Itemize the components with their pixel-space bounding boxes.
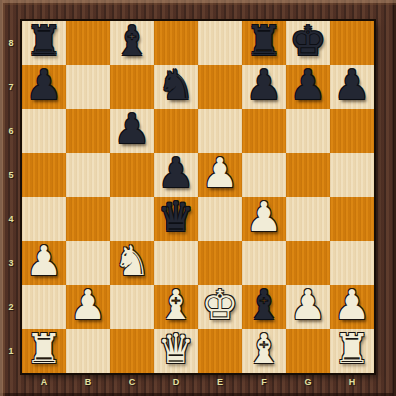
square-b2[interactable]: ♟ bbox=[66, 285, 110, 329]
rank-label-3: 3 bbox=[0, 241, 22, 285]
black-pawn[interactable]: ♟ bbox=[158, 151, 195, 195]
rank-label-2: 2 bbox=[0, 285, 22, 329]
file-label-h: H bbox=[330, 374, 374, 390]
square-a8[interactable]: ♜ bbox=[22, 21, 66, 65]
square-f7[interactable]: ♟ bbox=[242, 65, 286, 109]
file-label-c: C bbox=[110, 374, 154, 390]
black-bishop[interactable]: ♝ bbox=[246, 283, 283, 327]
square-a3[interactable]: ♟ bbox=[22, 241, 66, 285]
square-h3[interactable] bbox=[330, 241, 374, 285]
black-rook[interactable]: ♜ bbox=[246, 19, 283, 63]
square-a2[interactable] bbox=[22, 285, 66, 329]
square-a1[interactable]: ♜ bbox=[22, 329, 66, 373]
square-e2[interactable]: ♚ bbox=[198, 285, 242, 329]
file-labels: ABCDEFGH bbox=[22, 374, 374, 390]
square-b3[interactable] bbox=[66, 241, 110, 285]
square-c6[interactable]: ♟ bbox=[110, 109, 154, 153]
square-d6[interactable] bbox=[154, 109, 198, 153]
rank-label-4: 4 bbox=[0, 197, 22, 241]
square-a4[interactable] bbox=[22, 197, 66, 241]
rank-label-6: 6 bbox=[0, 109, 22, 153]
square-f5[interactable] bbox=[242, 153, 286, 197]
white-bishop[interactable]: ♝ bbox=[158, 283, 195, 327]
black-pawn[interactable]: ♟ bbox=[114, 107, 151, 151]
square-g1[interactable] bbox=[286, 329, 330, 373]
square-e3[interactable] bbox=[198, 241, 242, 285]
white-rook[interactable]: ♜ bbox=[26, 327, 63, 371]
square-e5[interactable]: ♟ bbox=[198, 153, 242, 197]
square-f4[interactable]: ♟ bbox=[242, 197, 286, 241]
white-bishop[interactable]: ♝ bbox=[246, 327, 283, 371]
file-label-e: E bbox=[198, 374, 242, 390]
square-c5[interactable] bbox=[110, 153, 154, 197]
square-h6[interactable] bbox=[330, 109, 374, 153]
square-f8[interactable]: ♜ bbox=[242, 21, 286, 65]
square-e6[interactable] bbox=[198, 109, 242, 153]
file-label-f: F bbox=[242, 374, 286, 390]
chess-board-frame: 87654321 ♜♝♜♚♟♞♟♟♟♟♟♟♛♟♟♞♟♝♚♝♟♟♜♛♝♜ ABCD… bbox=[0, 0, 396, 396]
white-pawn[interactable]: ♟ bbox=[26, 239, 63, 283]
black-pawn[interactable]: ♟ bbox=[26, 63, 63, 107]
square-e4[interactable] bbox=[198, 197, 242, 241]
square-h8[interactable] bbox=[330, 21, 374, 65]
file-label-a: A bbox=[22, 374, 66, 390]
white-knight[interactable]: ♞ bbox=[114, 239, 151, 283]
square-h7[interactable]: ♟ bbox=[330, 65, 374, 109]
square-b4[interactable] bbox=[66, 197, 110, 241]
square-b8[interactable] bbox=[66, 21, 110, 65]
black-queen[interactable]: ♛ bbox=[158, 195, 195, 239]
square-c3[interactable]: ♞ bbox=[110, 241, 154, 285]
square-g8[interactable]: ♚ bbox=[286, 21, 330, 65]
square-h1[interactable]: ♜ bbox=[330, 329, 374, 373]
square-h2[interactable]: ♟ bbox=[330, 285, 374, 329]
white-pawn[interactable]: ♟ bbox=[334, 283, 371, 327]
square-h5[interactable] bbox=[330, 153, 374, 197]
square-c2[interactable] bbox=[110, 285, 154, 329]
square-a6[interactable] bbox=[22, 109, 66, 153]
square-d8[interactable] bbox=[154, 21, 198, 65]
chess-board: ♜♝♜♚♟♞♟♟♟♟♟♟♛♟♟♞♟♝♚♝♟♟♜♛♝♜ bbox=[22, 21, 374, 373]
square-a7[interactable]: ♟ bbox=[22, 65, 66, 109]
square-f6[interactable] bbox=[242, 109, 286, 153]
rank-labels: 87654321 bbox=[0, 21, 22, 373]
square-d5[interactable]: ♟ bbox=[154, 153, 198, 197]
square-e7[interactable] bbox=[198, 65, 242, 109]
white-pawn[interactable]: ♟ bbox=[290, 283, 327, 327]
square-g2[interactable]: ♟ bbox=[286, 285, 330, 329]
square-b6[interactable] bbox=[66, 109, 110, 153]
square-d2[interactable]: ♝ bbox=[154, 285, 198, 329]
square-e1[interactable] bbox=[198, 329, 242, 373]
square-g7[interactable]: ♟ bbox=[286, 65, 330, 109]
rank-label-8: 8 bbox=[0, 21, 22, 65]
file-label-d: D bbox=[154, 374, 198, 390]
white-rook[interactable]: ♜ bbox=[334, 327, 371, 371]
black-pawn[interactable]: ♟ bbox=[334, 63, 371, 107]
square-g3[interactable] bbox=[286, 241, 330, 285]
white-pawn[interactable]: ♟ bbox=[70, 283, 107, 327]
square-c8[interactable]: ♝ bbox=[110, 21, 154, 65]
square-a5[interactable] bbox=[22, 153, 66, 197]
black-knight[interactable]: ♞ bbox=[158, 63, 195, 107]
white-king[interactable]: ♚ bbox=[202, 283, 239, 327]
square-f2[interactable]: ♝ bbox=[242, 285, 286, 329]
square-f3[interactable] bbox=[242, 241, 286, 285]
file-label-g: G bbox=[286, 374, 330, 390]
black-king[interactable]: ♚ bbox=[290, 19, 327, 63]
file-label-b: B bbox=[66, 374, 110, 390]
black-rook[interactable]: ♜ bbox=[26, 19, 63, 63]
square-d4[interactable]: ♛ bbox=[154, 197, 198, 241]
black-bishop[interactable]: ♝ bbox=[114, 19, 151, 63]
square-h4[interactable] bbox=[330, 197, 374, 241]
rank-label-1: 1 bbox=[0, 329, 22, 373]
square-f1[interactable]: ♝ bbox=[242, 329, 286, 373]
square-c4[interactable] bbox=[110, 197, 154, 241]
square-b5[interactable] bbox=[66, 153, 110, 197]
square-e8[interactable] bbox=[198, 21, 242, 65]
square-g4[interactable] bbox=[286, 197, 330, 241]
rank-label-7: 7 bbox=[0, 65, 22, 109]
white-pawn[interactable]: ♟ bbox=[202, 151, 239, 195]
square-g6[interactable] bbox=[286, 109, 330, 153]
square-c7[interactable] bbox=[110, 65, 154, 109]
white-pawn[interactable]: ♟ bbox=[246, 195, 283, 239]
black-pawn[interactable]: ♟ bbox=[246, 63, 283, 107]
black-pawn[interactable]: ♟ bbox=[290, 63, 327, 107]
square-d3[interactable] bbox=[154, 241, 198, 285]
square-d1[interactable]: ♛ bbox=[154, 329, 198, 373]
white-queen[interactable]: ♛ bbox=[158, 327, 195, 371]
rank-label-5: 5 bbox=[0, 153, 22, 197]
square-b1[interactable] bbox=[66, 329, 110, 373]
square-d7[interactable]: ♞ bbox=[154, 65, 198, 109]
square-g5[interactable] bbox=[286, 153, 330, 197]
square-c1[interactable] bbox=[110, 329, 154, 373]
square-b7[interactable] bbox=[66, 65, 110, 109]
